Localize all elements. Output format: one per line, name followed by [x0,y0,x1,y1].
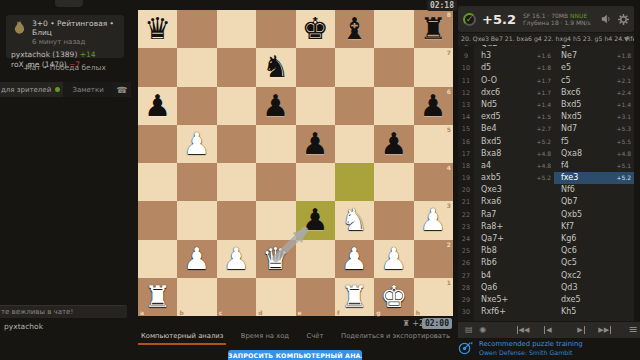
white-move[interactable]: d5 [474,62,530,74]
square-d1[interactable]: d [256,278,295,316]
black-move-group: Kf7 [554,221,634,233]
under-board-tabs: Компьютерный анализВремя на ходСчётПодел… [138,330,453,345]
square-e4[interactable] [296,163,335,201]
square-e1[interactable]: e [296,278,335,316]
black-move-group: Bxc6+2.4 [554,87,634,99]
square-f8[interactable]: ♝ [335,10,374,48]
square-d8[interactable] [256,10,295,48]
white-move-group: Qxe3 [474,184,554,196]
black-move-eval [610,318,634,321]
white-move-eval [530,282,554,294]
move-number: 23 [458,221,474,233]
last-move-button[interactable]: ▶▶ [595,322,614,338]
white-move[interactable]: axb5 [474,172,530,184]
black-pawn-a6[interactable]: ♟ [138,87,177,125]
black-move[interactable]: Qxb5 [554,209,610,221]
black-move-group: c5+2.1 [554,75,634,87]
black-move-eval [610,221,634,233]
tab-notes[interactable]: Заметки [63,82,113,97]
move-number: 27 [458,270,474,282]
black-move[interactable]: Kg6 [554,233,610,245]
white-move-group: Be4+2.7 [474,123,554,135]
tab-spectator-chat[interactable]: для зрителей [0,82,63,97]
black-move-eval: +5.2 [610,172,634,184]
black-move[interactable]: Bxc6 [554,87,610,99]
white-pawn-f2[interactable]: ♟ [335,240,374,278]
white-move-eval: +1.5 [530,111,554,123]
white-move[interactable]: Qa7+ [474,233,530,245]
white-move-group: Qa6 [474,282,554,294]
square-c5[interactable] [217,125,256,163]
move-number: 30 [458,306,474,318]
black-move-eval [610,184,634,196]
square-f3[interactable]: ♞ [335,201,374,239]
square-h5[interactable]: 5 [414,125,453,163]
square-d3[interactable] [256,201,295,239]
coord-rank-1: 1 [447,279,451,286]
move-number: 10 [458,62,474,74]
coord-file-c: c [219,309,223,316]
white-move-eval: +1.7 [530,75,554,87]
black-move[interactable] [554,318,610,321]
square-g7[interactable] [374,48,413,86]
black-move-eval [610,306,634,318]
chat-user: pyxtachok [4,322,43,331]
black-move-group: Qxb5 [554,209,634,221]
black-move[interactable]: Bxd5 [554,99,610,111]
square-f4[interactable] [335,163,374,201]
white-move[interactable] [474,318,530,321]
black-pawn-e3[interactable]: ♟ [296,201,335,239]
square-a7[interactable] [138,48,177,86]
black-move-eval: +1.4 [610,99,634,111]
engine-toggle[interactable]: ✓ [463,13,476,26]
white-pawn-g2[interactable]: ♟ [374,240,413,278]
white-queen-d2[interactable]: ♛ [256,240,295,278]
coord-rank-6: 6 [447,88,451,95]
move-number: 22 [458,209,474,221]
black-move[interactable]: Nf6 [554,184,610,196]
square-e5[interactable]: ♟ [296,125,335,163]
move-row-17: 17Bxa8+4.8Qxa8+4.8 [458,148,634,160]
white-move-group: Rb6 [474,257,554,269]
move-row-25: 25Rb8Qc6 [458,245,634,257]
chat-notice-input[interactable]: те вежливы в чате! [0,305,127,318]
white-move-eval: +1.4 [530,99,554,111]
square-d6[interactable]: ♟ [256,87,295,125]
black-move[interactable]: Qb7 [554,196,610,208]
black-move[interactable]: Kf7 [554,221,610,233]
black-move-group: Nf6 [554,184,634,196]
square-h6[interactable]: ♟6 [414,87,453,125]
black-move[interactable]: Qxa8 [554,148,610,160]
move-number: 31 [458,318,474,321]
coord-file-e: e [298,309,302,316]
move-row-9: 9h3+1.6Ne7+1.8 [458,50,634,62]
black-move[interactable]: Qc6 [554,245,610,257]
coord-rank-8: 8 [447,11,451,18]
square-a5[interactable] [138,125,177,163]
square-e6[interactable] [296,87,335,125]
previous-move-button[interactable]: ◀ [538,322,557,338]
black-move[interactable]: Qd3 [554,282,610,294]
black-move[interactable]: e5 [554,62,610,74]
black-move-group: dxe5 [554,294,634,306]
analysis-toolbar: ▤ ◉ ◀◀ ◀ ▶ ▶▶ ≡ [458,322,640,338]
white-move[interactable]: Qxe3 [474,184,530,196]
white-pawn-b2[interactable]: ♟ [177,240,216,278]
white-move[interactable]: Qa6 [474,282,530,294]
game-time-ago: 6 минут назад [32,38,119,47]
square-h7[interactable]: 7 [414,48,453,86]
square-h1[interactable]: h1 [414,278,453,316]
board-tab-2[interactable]: Счёт [304,330,327,345]
square-g4[interactable] [374,163,413,201]
board-tab-1[interactable]: Время на ход [238,330,292,345]
white-move[interactable]: Rb8 [474,245,530,257]
square-c3[interactable] [217,201,256,239]
move-number: 9 [458,50,474,62]
first-move-button[interactable]: ◀◀ [514,322,533,338]
white-pawn-b5[interactable]: ♟ [177,125,216,163]
move-row-12: 12dxc6+1.7Bxc6+2.4 [458,87,634,99]
request-analysis-button[interactable]: ЗАПРОСИТЬ КОМПЬЮТЕРНЫЙ АНАЛИЗ [228,350,362,360]
coord-rank-4: 4 [447,164,451,171]
move-number: 11 [458,75,474,87]
coord-rank-2: 2 [447,241,451,248]
move-number: 12 [458,87,474,99]
coord-file-h: h [416,309,420,316]
white-move-group: Ra8+ [474,221,554,233]
move-row-31: 31 [458,318,634,321]
black-move-eval: +5.1 [610,160,634,172]
square-f1[interactable]: ♜f [335,278,374,316]
black-move-eval: +2.1 [610,75,634,87]
black-move[interactable]: f4 [554,160,610,172]
coord-rank-3: 3 [447,202,451,209]
black-pawn-g5[interactable]: ♟ [374,125,413,163]
white-move-eval [530,306,554,318]
black-move-eval: +3.1 [610,111,634,123]
square-b6[interactable] [177,87,216,125]
white-rating-delta: +14 [80,50,96,59]
phone-icon[interactable]: ☎ [113,82,131,97]
blitz-flame-icon [13,20,26,39]
notes-label: Заметки [72,86,103,94]
move-row-24: 24Qa7+Kg6 [458,233,634,245]
white-move[interactable]: b4 [474,270,530,282]
menu-icon[interactable]: ≡ [626,322,640,338]
black-move-group: f5+5.5 [554,136,634,148]
white-pawn-c2[interactable]: ♟ [217,240,256,278]
move-row-19: 19axb5+5.2fxe3+5.2 [458,172,634,184]
white-move-group: exd5+1.5 [474,111,554,123]
sound-icon[interactable] [601,14,611,24]
white-move-eval [530,184,554,196]
coord-rank-5: 5 [447,126,451,133]
lichess-analysis-page: 3+0 • Рейтинговая • Блиц 6 минут назад p… [0,0,640,360]
black-queen-a8[interactable]: ♛ [138,10,177,48]
square-f7[interactable] [335,48,374,86]
square-e8[interactable]: ♚ [296,10,335,48]
white-move-eval: +4.8 [530,148,554,160]
engine-name: SF 16.1 · 70MB [523,12,568,19]
square-a6[interactable]: ♟ [138,87,177,125]
black-move-eval [610,196,634,208]
engine-depth: Глубина 18 · 1.9 MN/s [523,19,591,27]
white-material-advantage: ♜ +2 [402,318,424,330]
square-c8[interactable] [217,10,256,48]
black-knight-d7[interactable]: ♞ [256,48,295,86]
white-move[interactable]: Ra8+ [474,221,530,233]
move-number: 29 [458,294,474,306]
move-number: 26 [458,257,474,269]
black-king-e8[interactable]: ♚ [296,10,335,48]
black-move[interactable]: dxe5 [554,294,610,306]
square-b5[interactable]: ♟ [177,125,216,163]
square-g6[interactable] [374,87,413,125]
move-number: 18 [458,160,474,172]
white-move-group: b4 [474,270,554,282]
square-b8[interactable] [177,10,216,48]
square-g2[interactable]: ♟ [374,240,413,278]
move-number: 25 [458,245,474,257]
white-move-eval [530,221,554,233]
move-number: 15 [458,123,474,135]
white-move-group: Qa7+ [474,233,554,245]
black-move-eval [610,209,634,221]
move-row-22: 22Ra7Qxb5 [458,209,634,221]
square-a8[interactable]: ♛ [138,10,177,48]
white-move[interactable]: dxc6 [474,87,530,99]
white-move-eval: +5.2 [530,172,554,184]
black-pawn-d6[interactable]: ♟ [256,87,295,125]
square-c6[interactable] [217,87,256,125]
black-move[interactable]: Ne7 [554,50,610,62]
black-move[interactable]: Nd7 [554,123,610,135]
square-d4[interactable] [256,163,295,201]
white-move-group: Ra7 [474,209,554,221]
square-c4[interactable] [217,163,256,201]
white-move[interactable]: Rxf6+ [474,306,530,318]
black-move-group: Bxd5+1.4 [554,99,634,111]
square-b3[interactable] [177,201,216,239]
white-knight-f3[interactable]: ♞ [335,201,374,239]
white-move-group: Nxe5+ [474,294,554,306]
square-c7[interactable] [217,48,256,86]
white-move[interactable]: Nd5 [474,99,530,111]
black-clock: 02:18 [427,0,457,11]
black-move-eval [610,257,634,269]
black-move-group: Nd7+5.3 [554,123,634,135]
move-number: 16 [458,136,474,148]
black-move-eval [610,282,634,294]
square-g1[interactable]: ♚g [374,278,413,316]
black-move[interactable]: Kh5 [554,306,610,318]
black-move-eval [610,270,634,282]
spectator-chat-label: для зрителей [1,86,51,94]
black-move[interactable]: Qc5 [554,257,610,269]
square-a1[interactable]: ♜a [138,278,177,316]
move-row-11: 11O-O+1.7c5+2.1 [458,75,634,87]
white-move[interactable]: Rb6 [474,257,530,269]
move-number: 20 [458,184,474,196]
black-pawn-e5[interactable]: ♟ [296,125,335,163]
white-move-group: O-O+1.7 [474,75,554,87]
coord-file-a: a [140,309,144,316]
white-move-group: dxc6+1.7 [474,87,554,99]
white-move[interactable]: Ra7 [474,209,530,221]
black-move-eval [610,245,634,257]
square-b4[interactable] [177,163,216,201]
black-move-group: Kg6 [554,233,634,245]
white-move-group: a4+4.8 [474,160,554,172]
square-a3[interactable] [138,201,177,239]
white-move-group: Rxa6 [474,196,554,208]
chess-board[interactable]: ♛♚♝♜8♞7♟♟♟6♟♟♟54♟♞♟3♟♟♛♟♟2♜abcde♜f♚gh1 [138,10,453,316]
move-row-20: 20Qxe3Nf6 [458,184,634,196]
square-b1[interactable]: b [177,278,216,316]
black-move-eval [610,233,634,245]
white-move-eval: +4.8 [530,160,554,172]
square-f5[interactable] [335,125,374,163]
engine-pv-line[interactable]: 20. Qxe3 Be7 21. bxa6 g4 22. hxg4 h5 23.… [458,33,634,45]
square-g8[interactable] [374,10,413,48]
white-move-eval [530,196,554,208]
white-move-eval [530,294,554,306]
square-a2[interactable] [138,240,177,278]
black-move[interactable]: f5 [554,136,610,148]
engine-score: +5.2 [482,12,516,27]
white-move-group: Bxd5+5.2 [474,136,554,148]
move-number: 14 [458,111,474,123]
coord-file-b: b [179,309,183,316]
gear-icon[interactable] [618,14,629,25]
white-move-eval: +1.7 [530,87,554,99]
game-meta: 3+0 • Рейтинговая • Блиц [32,19,119,37]
white-move-group: Rb8 [474,245,554,257]
square-h3[interactable]: ♟3 [414,201,453,239]
white-rook-f1[interactable]: ♜ [335,278,374,316]
coord-rank-7: 7 [447,49,451,56]
move-row-13: 13Nd5+1.4Bxd5+1.4 [458,99,634,111]
move-row-14: 14exd5+1.5Nxd5+3.1 [458,111,634,123]
white-move[interactable]: Nxe5+ [474,294,530,306]
white-move-eval [530,245,554,257]
coord-file-d: d [258,309,262,316]
move-row-29: 29Nxe5+dxe5 [458,294,634,306]
white-move-eval [530,318,554,321]
white-move[interactable]: h3 [474,50,530,62]
move-row-27: 27b4Qxc2 [458,270,634,282]
move-row-26: 26Rb6Qc5 [458,257,634,269]
black-bishop-f8[interactable]: ♝ [335,10,374,48]
black-move-eval: +4.8 [610,148,634,160]
square-c1[interactable]: c [217,278,256,316]
puzzle-training-link[interactable]: Recommended puzzle training [479,340,583,349]
white-move-eval [530,209,554,221]
black-move-eval: +2.4 [610,62,634,74]
square-b2[interactable]: ♟ [177,240,216,278]
square-c2[interactable]: ♟ [217,240,256,278]
pv-expand-caret[interactable]: ▼ [624,33,629,45]
game-info-panel: 3+0 • Рейтинговая • Блиц 6 минут назад p… [6,15,124,58]
square-g3[interactable] [374,201,413,239]
black-move[interactable]: fxe3 [554,172,610,184]
square-d5[interactable] [256,125,295,163]
white-move[interactable]: Be4 [474,123,530,135]
white-move-eval: +1.6 [530,50,554,62]
white-move[interactable]: Bxd5 [474,136,530,148]
move-row-30: 30Rxf6+Kh5 [458,306,634,318]
square-f6[interactable] [335,87,374,125]
white-move-group [474,318,554,321]
move-row-23: 23Ra8+Kf7 [458,221,634,233]
board-tab-0[interactable]: Компьютерный анализ [138,330,226,345]
white-move[interactable]: exd5 [474,111,530,123]
black-move-group: Ne7+1.8 [554,50,634,62]
chat-tabbar: для зрителей Заметки ☎ [0,82,131,97]
black-move-group: fxe3+5.2 [554,172,634,184]
move-row-15: 15Be4+2.7Nd7+5.3 [458,123,634,135]
square-h4[interactable]: 4 [414,163,453,201]
white-move[interactable]: O-O [474,75,530,87]
white-move[interactable]: Rxa6 [474,196,530,208]
square-d7[interactable]: ♞ [256,48,295,86]
black-move[interactable]: Qxc2 [554,270,610,282]
white-move[interactable]: Bxa8 [474,148,530,160]
white-player-row[interactable]: pyxtachok (1389) +14 [11,50,119,60]
square-e3[interactable]: ♟ [296,201,335,239]
white-move-eval: +1.8 [530,62,554,74]
black-move-group: Qxa8+4.8 [554,148,634,160]
white-move[interactable]: a4 [474,160,530,172]
black-move[interactable]: Nxd5 [554,111,610,123]
top-nav-stub [55,0,83,7]
move-row-18: 18a4+4.8f4+5.1 [458,160,634,172]
move-number: 17 [458,148,474,160]
square-a4[interactable] [138,163,177,201]
square-h2[interactable]: 2 [414,240,453,278]
engine-nnue-badge: NNUE [570,12,587,19]
puzzle-training-block[interactable]: Recommended puzzle training Owen Defense… [458,340,583,357]
square-b7[interactable] [177,48,216,86]
black-move[interactable]: c5 [554,75,610,87]
coord-file-f: f [337,309,340,316]
white-move-eval [530,257,554,269]
move-number: 13 [458,99,474,111]
white-move-eval: +5.2 [530,136,554,148]
white-clock: 02:00 [422,318,452,329]
analysis-board-icon[interactable]: ▤ [462,322,476,338]
puzzle-opening-link[interactable]: Owen Defense: Smith Gambit [479,349,583,358]
square-h8[interactable]: ♜8 [414,10,453,48]
square-f2[interactable]: ♟ [335,240,374,278]
practice-icon[interactable]: ◉ [476,322,490,338]
next-move-button[interactable]: ▶ [571,322,590,338]
square-e7[interactable] [296,48,335,86]
white-player-name: pyxtachok (1389) [11,50,77,59]
black-move-eval: +2.4 [610,87,634,99]
square-g5[interactable]: ♟ [374,125,413,163]
square-e2[interactable] [296,240,335,278]
square-d2[interactable]: ♛ [256,240,295,278]
board-tab-3[interactable]: Поделиться и экспортировать [338,330,453,345]
white-move-group: axb5+5.2 [474,172,554,184]
move-number: 21 [458,196,474,208]
engine-info: SF 16.1 · 70MB NNUE Глубина 18 · 1.9 MN/… [523,12,591,27]
game-result: Мат • Победа белых [0,63,131,72]
